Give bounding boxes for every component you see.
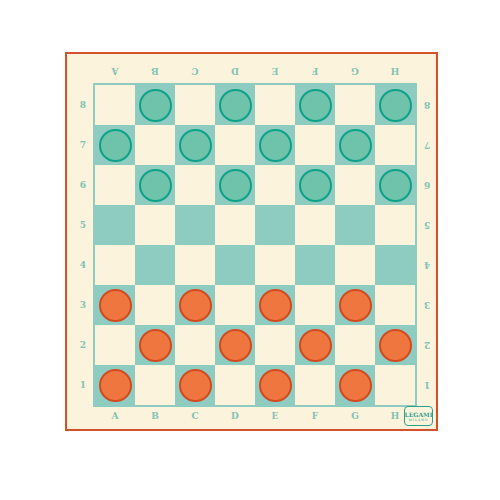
square-e2[interactable] [255, 325, 295, 365]
square-f5[interactable] [295, 205, 335, 245]
square-b5[interactable] [135, 205, 175, 245]
square-b6[interactable] [135, 165, 175, 205]
square-e8[interactable] [255, 85, 295, 125]
file-bottom-label-b: B [135, 409, 175, 423]
square-c5[interactable] [175, 205, 215, 245]
square-f3[interactable] [295, 285, 335, 325]
square-f6[interactable] [295, 165, 335, 205]
square-c6[interactable] [175, 165, 215, 205]
teal-piece-e7[interactable] [259, 129, 292, 162]
teal-piece-h8[interactable] [379, 89, 412, 122]
rank-left-label-7: 7 [75, 125, 91, 165]
teal-piece-a7[interactable] [99, 129, 132, 162]
square-c2[interactable] [175, 325, 215, 365]
square-g1[interactable] [335, 365, 375, 405]
square-a5[interactable] [95, 205, 135, 245]
orange-piece-g3[interactable] [339, 289, 372, 322]
rank-right-label-3: 3 [419, 285, 435, 325]
square-h2[interactable] [375, 325, 415, 365]
orange-piece-f2[interactable] [299, 329, 332, 362]
file-bottom-label-e: E [255, 409, 295, 423]
rank-right-label-6: 6 [419, 165, 435, 205]
square-a1[interactable] [95, 365, 135, 405]
file-top-label-d: D [215, 64, 255, 78]
file-top-label-g: G [335, 64, 375, 78]
square-g6[interactable] [335, 165, 375, 205]
square-d1[interactable] [215, 365, 255, 405]
square-b4[interactable] [135, 245, 175, 285]
rank-right-label-1: 1 [419, 365, 435, 405]
file-top-label-b: B [135, 64, 175, 78]
square-d6[interactable] [215, 165, 255, 205]
rank-left-label-5: 5 [75, 205, 91, 245]
square-h8[interactable] [375, 85, 415, 125]
teal-piece-b6[interactable] [139, 169, 172, 202]
rank-left-label-6: 6 [75, 165, 91, 205]
square-b2[interactable] [135, 325, 175, 365]
square-h6[interactable] [375, 165, 415, 205]
file-bottom-label-g: G [335, 409, 375, 423]
square-f8[interactable] [295, 85, 335, 125]
square-e6[interactable] [255, 165, 295, 205]
orange-piece-a1[interactable] [99, 369, 132, 402]
square-a3[interactable] [95, 285, 135, 325]
square-b3[interactable] [135, 285, 175, 325]
square-e1[interactable] [255, 365, 295, 405]
teal-piece-c7[interactable] [179, 129, 212, 162]
file-bottom-label-c: C [175, 409, 215, 423]
file-top-label-e: E [255, 64, 295, 78]
file-labels-top: ABCDEFGH [95, 64, 415, 78]
square-h5[interactable] [375, 205, 415, 245]
square-g7[interactable] [335, 125, 375, 165]
square-e3[interactable] [255, 285, 295, 325]
square-h1[interactable] [375, 365, 415, 405]
square-f4[interactable] [295, 245, 335, 285]
square-f2[interactable] [295, 325, 335, 365]
rank-labels-right: 87654321 [419, 85, 435, 405]
rank-right-label-5: 5 [419, 205, 435, 245]
square-a8[interactable] [95, 85, 135, 125]
teal-piece-h6[interactable] [379, 169, 412, 202]
square-e5[interactable] [255, 205, 295, 245]
file-bottom-label-d: D [215, 409, 255, 423]
rank-right-label-8: 8 [419, 85, 435, 125]
square-g5[interactable] [335, 205, 375, 245]
orange-piece-g1[interactable] [339, 369, 372, 402]
square-a2[interactable] [95, 325, 135, 365]
square-g4[interactable] [335, 245, 375, 285]
rank-labels-left: 87654321 [75, 85, 91, 405]
teal-piece-f8[interactable] [299, 89, 332, 122]
rank-right-label-4: 4 [419, 245, 435, 285]
orange-piece-b2[interactable] [139, 329, 172, 362]
orange-piece-e3[interactable] [259, 289, 292, 322]
square-c3[interactable] [175, 285, 215, 325]
square-c8[interactable] [175, 85, 215, 125]
square-g8[interactable] [335, 85, 375, 125]
square-d4[interactable] [215, 245, 255, 285]
rank-left-label-3: 3 [75, 285, 91, 325]
rank-left-label-8: 8 [75, 85, 91, 125]
square-h7[interactable] [375, 125, 415, 165]
legami-logo: LEGAMI MILANO [404, 406, 433, 426]
square-a7[interactable] [95, 125, 135, 165]
teal-piece-g7[interactable] [339, 129, 372, 162]
rank-right-label-2: 2 [419, 325, 435, 365]
file-top-label-a: A [95, 64, 135, 78]
file-bottom-label-a: A [95, 409, 135, 423]
file-top-label-h: H [375, 64, 415, 78]
square-b8[interactable] [135, 85, 175, 125]
file-bottom-label-f: F [295, 409, 335, 423]
teal-piece-b8[interactable] [139, 89, 172, 122]
square-g3[interactable] [335, 285, 375, 325]
logo-line2: MILANO [409, 418, 429, 422]
square-e4[interactable] [255, 245, 295, 285]
square-e7[interactable] [255, 125, 295, 165]
board-mat: ABCDEFGH 87654321 87654321 ABCDEFGH LEGA… [65, 52, 438, 431]
square-b7[interactable] [135, 125, 175, 165]
rank-right-label-7: 7 [419, 125, 435, 165]
teal-piece-d6[interactable] [219, 169, 252, 202]
orange-piece-h2[interactable] [379, 329, 412, 362]
square-d3[interactable] [215, 285, 255, 325]
checkers-board [93, 83, 417, 407]
square-f7[interactable] [295, 125, 335, 165]
square-a6[interactable] [95, 165, 135, 205]
square-d2[interactable] [215, 325, 255, 365]
teal-piece-d8[interactable] [219, 89, 252, 122]
orange-piece-a3[interactable] [99, 289, 132, 322]
square-a4[interactable] [95, 245, 135, 285]
file-top-label-f: F [295, 64, 335, 78]
square-h3[interactable] [375, 285, 415, 325]
page: { "game": "checkers", "board": { "files"… [0, 0, 500, 500]
teal-piece-f6[interactable] [299, 169, 332, 202]
square-c7[interactable] [175, 125, 215, 165]
square-d5[interactable] [215, 205, 255, 245]
orange-piece-c3[interactable] [179, 289, 212, 322]
square-c4[interactable] [175, 245, 215, 285]
file-top-label-c: C [175, 64, 215, 78]
orange-piece-e1[interactable] [259, 369, 292, 402]
rank-left-label-2: 2 [75, 325, 91, 365]
square-h4[interactable] [375, 245, 415, 285]
orange-piece-d2[interactable] [219, 329, 252, 362]
square-b1[interactable] [135, 365, 175, 405]
square-d7[interactable] [215, 125, 255, 165]
square-f1[interactable] [295, 365, 335, 405]
orange-piece-c1[interactable] [179, 369, 212, 402]
rank-left-label-1: 1 [75, 365, 91, 405]
logo-line1: LEGAMI [404, 411, 432, 418]
square-d8[interactable] [215, 85, 255, 125]
rank-left-label-4: 4 [75, 245, 91, 285]
square-c1[interactable] [175, 365, 215, 405]
square-g2[interactable] [335, 325, 375, 365]
file-labels-bottom: ABCDEFGH [95, 409, 415, 423]
